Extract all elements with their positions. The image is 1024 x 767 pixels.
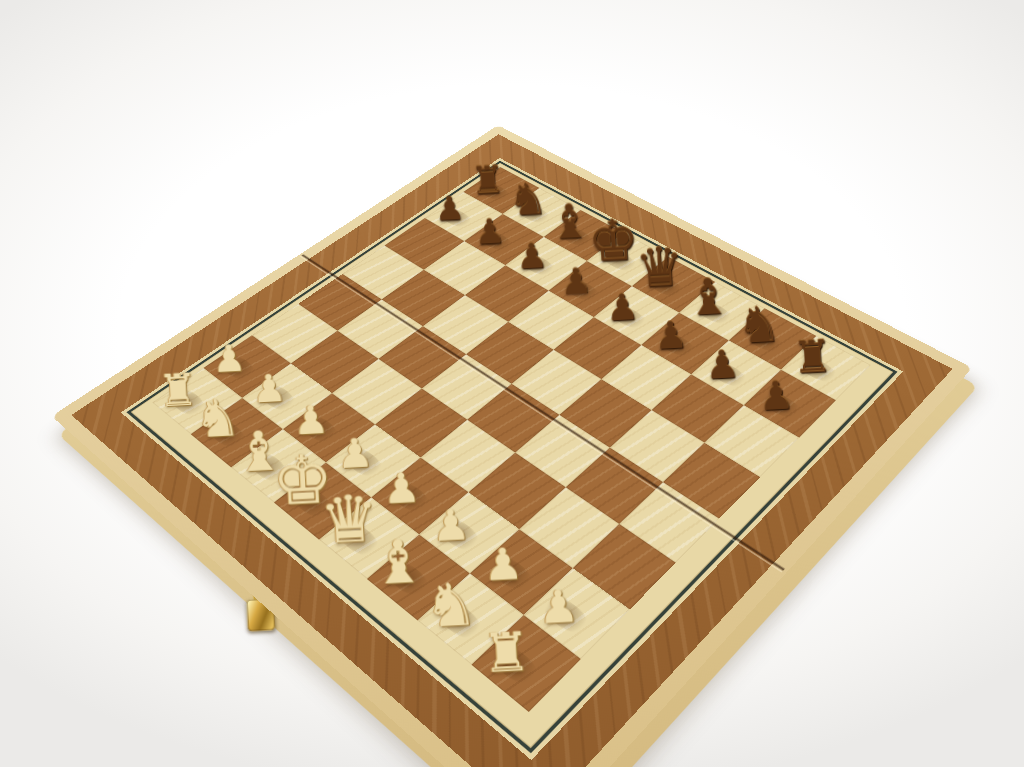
square-a7: ♟ [744, 370, 836, 438]
black-pawn: ♟ [742, 375, 810, 417]
square-a5 [663, 443, 760, 519]
square-c5 [559, 379, 651, 448]
product-photo: { "game": "chess", "scene": { "descripti… [0, 0, 1024, 767]
latch-body [246, 598, 275, 631]
white-rook: ♜ [466, 624, 547, 682]
